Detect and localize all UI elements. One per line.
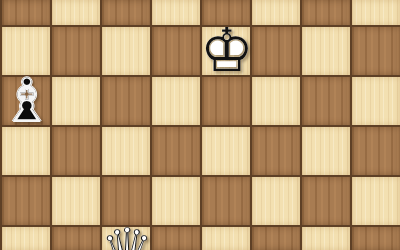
pieces-layer: ♚♔♝♗♛♕ <box>0 0 400 250</box>
black-bishop-glyph: ♝ <box>0 75 50 125</box>
chessboard: ♚♔♝♗♛♕ <box>0 0 400 250</box>
black-bishop[interactable]: ♝♗ <box>0 75 50 125</box>
white-king-outline-glyph: ♔ <box>200 25 250 75</box>
white-queen-outline-glyph: ♕ <box>100 225 150 250</box>
white-queen-glyph: ♛ <box>100 225 150 250</box>
white-king-glyph: ♚ <box>200 25 250 75</box>
white-king[interactable]: ♚♔ <box>200 25 250 75</box>
black-bishop-outline-glyph: ♗ <box>0 75 50 125</box>
white-queen[interactable]: ♛♕ <box>100 225 150 250</box>
